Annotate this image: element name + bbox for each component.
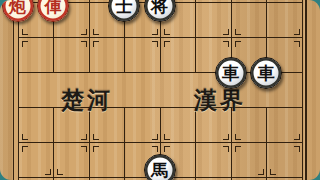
grid-line <box>53 107 54 180</box>
point-marker <box>81 41 87 47</box>
point-marker <box>22 29 28 35</box>
river-label-chu-he: 楚河 <box>61 85 113 116</box>
point-marker <box>235 41 241 47</box>
point-marker <box>93 146 99 152</box>
point-marker <box>152 41 158 47</box>
point-marker <box>93 134 99 140</box>
game-screen: 楚河 漢界 炮俥士将車車馬 <box>0 0 320 180</box>
grid-line <box>266 107 267 180</box>
piece-red-chariot[interactable]: 俥 <box>37 0 69 22</box>
point-marker <box>258 169 264 175</box>
point-marker <box>270 169 276 175</box>
point-marker <box>81 29 87 35</box>
point-marker <box>235 134 241 140</box>
point-marker <box>22 146 28 152</box>
xiangqi-board: 楚河 漢界 炮俥士将車車馬 <box>0 0 320 180</box>
point-marker <box>223 134 229 140</box>
point-marker <box>223 29 229 35</box>
grid-line <box>13 0 15 180</box>
point-marker <box>152 134 158 140</box>
grid-line <box>231 107 232 180</box>
river-label-han-jie: 漢界 <box>194 85 246 116</box>
grid-line <box>302 0 303 180</box>
point-marker <box>22 41 28 47</box>
point-marker <box>93 41 99 47</box>
grid-line <box>89 107 90 180</box>
point-marker <box>294 134 300 140</box>
piece-black-general[interactable]: 将 <box>144 0 176 22</box>
point-marker <box>235 29 241 35</box>
grid-line <box>195 107 196 180</box>
point-marker <box>152 146 158 152</box>
piece-black-advisor[interactable]: 士 <box>108 0 140 22</box>
point-marker <box>294 41 300 47</box>
point-marker <box>294 29 300 35</box>
point-marker <box>81 134 87 140</box>
point-marker <box>164 146 170 152</box>
point-marker <box>223 146 229 152</box>
grid-line <box>124 107 125 180</box>
point-marker <box>235 146 241 152</box>
grid-line <box>305 0 307 180</box>
point-marker <box>223 41 229 47</box>
piece-black-chariot[interactable]: 車 <box>215 57 247 89</box>
piece-black-horse[interactable]: 馬 <box>144 154 176 180</box>
grid-line <box>195 0 196 72</box>
point-marker <box>93 29 99 35</box>
grid-line <box>89 0 90 72</box>
point-marker <box>164 134 170 140</box>
point-marker <box>152 29 158 35</box>
point-marker <box>81 146 87 152</box>
point-marker <box>57 169 63 175</box>
point-marker <box>22 134 28 140</box>
piece-black-chariot[interactable]: 車 <box>250 57 282 89</box>
point-marker <box>164 41 170 47</box>
point-marker <box>294 146 300 152</box>
grid-line <box>18 0 19 180</box>
point-marker <box>45 169 51 175</box>
point-marker <box>164 29 170 35</box>
piece-red-cannon[interactable]: 炮 <box>2 0 34 22</box>
